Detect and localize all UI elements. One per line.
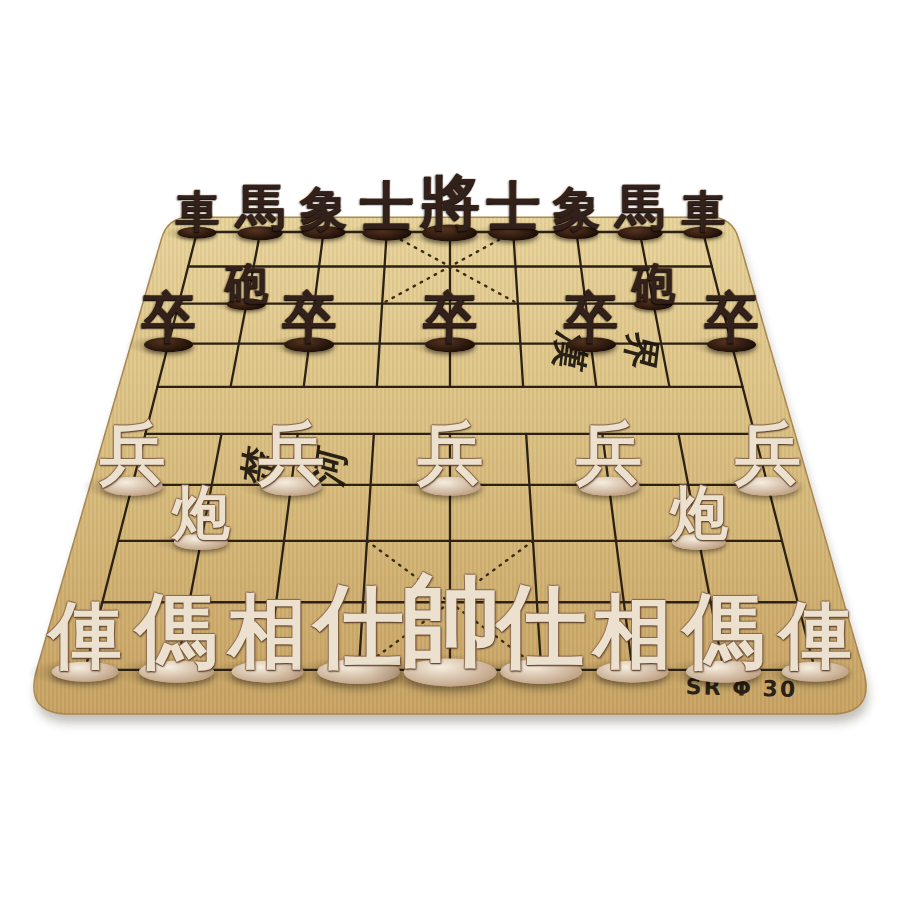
piece-dark-soldier-c3[interactable]: 卒 — [282, 291, 336, 352]
advisor-glyph: 士 — [360, 180, 413, 233]
cannon-glyph: 砲 — [632, 262, 675, 305]
advisor-glyph: 士 — [487, 180, 540, 233]
piece-light-soldier-a6[interactable]: 兵 — [99, 420, 166, 496]
piece-dark-elephant-g0[interactable]: 象 — [553, 186, 600, 239]
piece-dark-cannon-h2[interactable]: 砲 — [632, 262, 675, 311]
elephant-glyph: 象 — [300, 186, 347, 233]
soldier-glyph: 卒 — [282, 291, 336, 345]
elephant-glyph: 象 — [553, 186, 600, 233]
elephant-glyph: 相 — [593, 593, 672, 672]
piece-light-soldier-g6[interactable]: 兵 — [576, 420, 643, 496]
piece-light-soldier-c6[interactable]: 兵 — [258, 420, 325, 496]
piece-dark-soldier-e3[interactable]: 卒 — [423, 291, 477, 352]
piece-light-horse-h9[interactable]: 傌 — [683, 590, 765, 683]
cannon-glyph: 砲 — [225, 262, 268, 305]
soldier-glyph: 兵 — [417, 420, 484, 487]
soldier-glyph: 卒 — [705, 291, 759, 345]
piece-light-advisor-f9[interactable]: 仕 — [496, 582, 586, 684]
chariot-glyph: 俥 — [779, 599, 852, 672]
piece-light-general-e9[interactable]: 帥 — [400, 571, 501, 686]
general-glyph: 帥 — [400, 571, 501, 672]
soldier-glyph: 卒 — [423, 291, 477, 345]
piece-light-chariot-a9[interactable]: 俥 — [49, 599, 122, 682]
piece-dark-advisor-f0[interactable]: 士 — [487, 180, 540, 241]
cannon-glyph: 炮 — [172, 484, 230, 542]
elephant-glyph: 相 — [228, 593, 307, 672]
piece-light-soldier-e6[interactable]: 兵 — [417, 420, 484, 496]
soldier-glyph: 兵 — [99, 420, 166, 487]
cannon-glyph: 炮 — [670, 484, 728, 542]
piece-dark-chariot-a0[interactable]: 車 — [175, 190, 218, 239]
advisor-glyph: 仕 — [496, 582, 586, 672]
horse-glyph: 馬 — [236, 184, 285, 233]
soldier-glyph: 兵 — [734, 420, 801, 487]
horse-glyph: 傌 — [683, 590, 765, 672]
chariot-glyph: 俥 — [49, 599, 122, 672]
piece-light-horse-b9[interactable]: 傌 — [135, 590, 217, 683]
piece-dark-cannon-b2[interactable]: 砲 — [225, 262, 268, 311]
piece-light-cannon-h7[interactable]: 炮 — [670, 484, 728, 550]
soldier-glyph: 卒 — [564, 291, 618, 345]
piece-light-chariot-i9[interactable]: 俥 — [779, 599, 852, 682]
soldier-glyph: 兵 — [258, 420, 325, 487]
piece-dark-elephant-c0[interactable]: 象 — [300, 186, 347, 239]
soldier-glyph: 卒 — [142, 291, 196, 345]
advisor-glyph: 仕 — [314, 582, 404, 672]
horse-glyph: 傌 — [135, 590, 217, 672]
piece-dark-chariot-i0[interactable]: 車 — [681, 190, 724, 239]
piece-dark-soldier-a3[interactable]: 卒 — [142, 291, 196, 352]
piece-light-soldier-i6[interactable]: 兵 — [734, 420, 801, 496]
piece-dark-soldier-i3[interactable]: 卒 — [705, 291, 759, 352]
soldier-glyph: 兵 — [576, 420, 643, 487]
piece-light-cannon-b7[interactable]: 炮 — [172, 484, 230, 550]
piece-dark-horse-b0[interactable]: 馬 — [236, 184, 285, 240]
piece-dark-general-e0[interactable]: 將 — [420, 173, 480, 241]
chariot-glyph: 車 — [681, 190, 724, 233]
horse-glyph: 馬 — [615, 184, 664, 233]
piece-light-elephant-g9[interactable]: 相 — [593, 593, 672, 683]
chariot-glyph: 車 — [175, 190, 218, 233]
general-glyph: 將 — [420, 173, 480, 233]
piece-dark-soldier-g3[interactable]: 卒 — [564, 291, 618, 352]
product-photo: 楚河漢界SR Φ 30 車馬象士將士象馬車砲砲卒卒卒卒卒兵兵兵兵兵炮炮俥傌相仕帥… — [0, 0, 900, 900]
piece-dark-horse-h0[interactable]: 馬 — [615, 184, 664, 240]
